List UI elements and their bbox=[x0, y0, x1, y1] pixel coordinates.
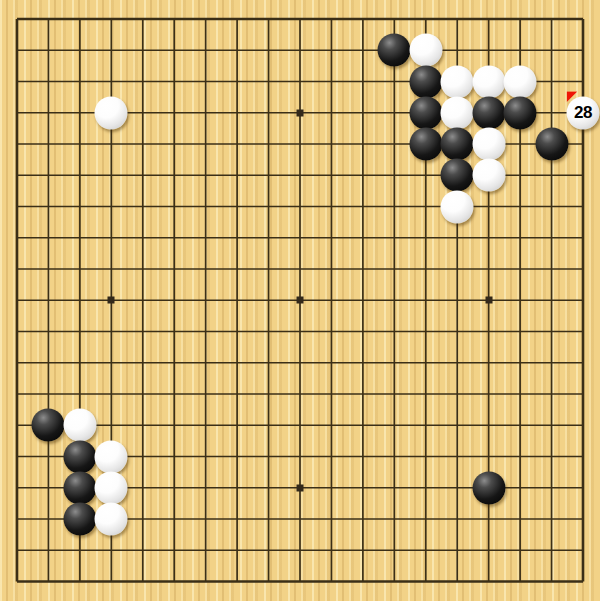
black-stone-R16 bbox=[504, 96, 537, 129]
white-stone-O18 bbox=[409, 34, 442, 67]
black-stone-S15 bbox=[535, 128, 568, 161]
black-stone-O17 bbox=[409, 65, 442, 98]
white-stone-P13 bbox=[441, 190, 474, 223]
white-stone-D3 bbox=[95, 503, 128, 536]
black-stone-B6 bbox=[32, 409, 65, 442]
white-stone-R17 bbox=[504, 65, 537, 98]
white-stone-C6 bbox=[63, 409, 96, 442]
black-stone-P15 bbox=[441, 128, 474, 161]
white-stone-D16 bbox=[95, 96, 128, 129]
black-stone-O16 bbox=[409, 96, 442, 129]
white-stone-D5 bbox=[95, 440, 128, 473]
black-stone-O15 bbox=[409, 128, 442, 161]
black-stone-C4 bbox=[63, 471, 96, 504]
white-stone-Q14 bbox=[472, 159, 505, 192]
black-stone-Q16 bbox=[472, 96, 505, 129]
black-stone-P14 bbox=[441, 159, 474, 192]
white-stone-P16 bbox=[441, 96, 474, 129]
white-stone-Q15 bbox=[472, 128, 505, 161]
white-stone-Q17 bbox=[472, 65, 505, 98]
white-stone-T16: 28 bbox=[567, 96, 600, 129]
black-stone-N18 bbox=[378, 34, 411, 67]
black-stone-C5 bbox=[63, 440, 96, 473]
black-stone-Q4 bbox=[472, 471, 505, 504]
star-point bbox=[297, 297, 304, 304]
star-point bbox=[297, 109, 304, 116]
star-point bbox=[485, 297, 492, 304]
black-stone-C3 bbox=[63, 503, 96, 536]
star-point bbox=[108, 297, 115, 304]
move-number-label: 28 bbox=[567, 96, 600, 129]
white-stone-D4 bbox=[95, 471, 128, 504]
star-point bbox=[297, 484, 304, 491]
white-stone-P17 bbox=[441, 65, 474, 98]
go-board[interactable]: 28 bbox=[0, 0, 600, 601]
